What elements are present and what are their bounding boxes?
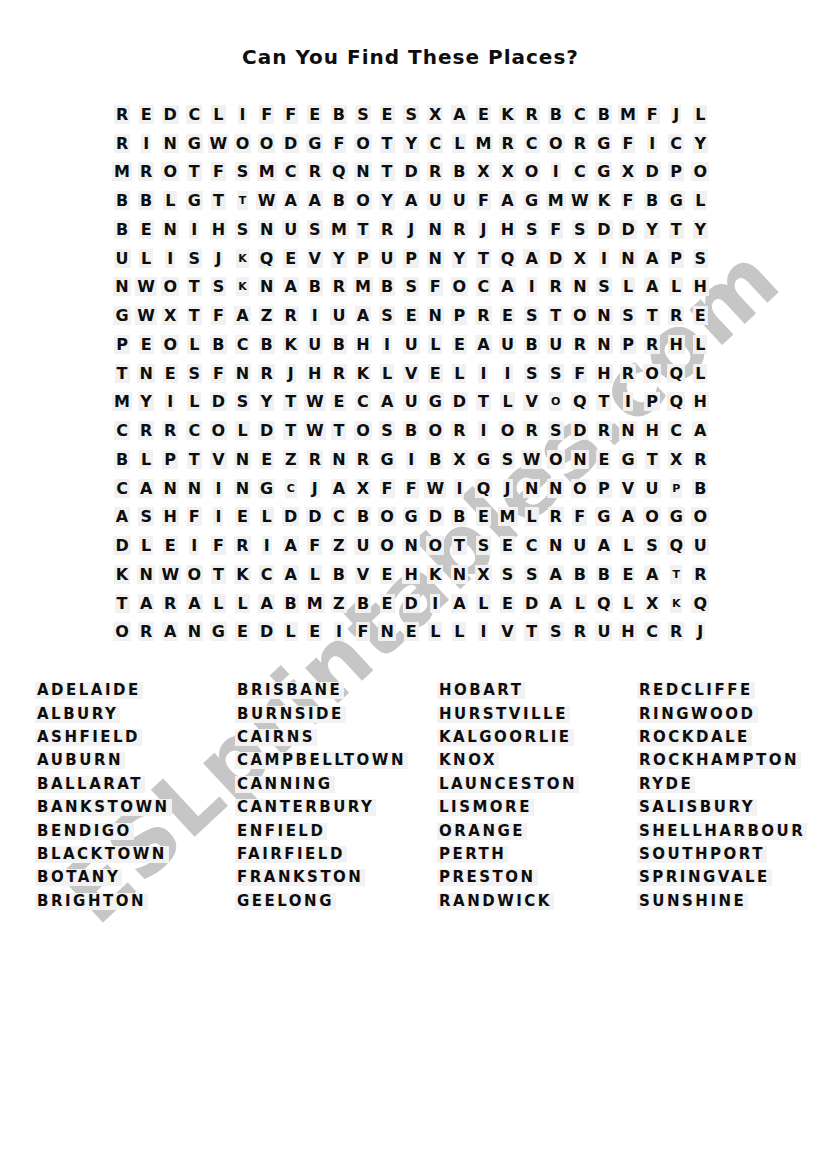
word-item: CANTERBURY	[235, 796, 437, 819]
grid-cell: N	[616, 416, 640, 445]
grid-cell: H	[640, 416, 664, 445]
grid-letter: Z	[259, 306, 275, 325]
grid-cell: B	[592, 100, 616, 129]
grid-cell: K	[351, 359, 375, 388]
grid-cell: Z	[327, 589, 351, 618]
grid-letter: B	[114, 220, 130, 239]
grid-letter: K	[355, 364, 371, 383]
grid-cell: A	[544, 560, 568, 589]
grid-cell: A	[640, 560, 664, 589]
grid-letter: T	[211, 565, 226, 584]
grid-cell: E	[303, 618, 327, 647]
grid-cell: O	[568, 301, 592, 330]
grid-letter: R	[451, 220, 467, 239]
grid-cell: C	[279, 158, 303, 187]
grid-cell: C	[664, 129, 688, 158]
grid-cell: L	[447, 359, 471, 388]
grid-letter: D	[547, 249, 564, 268]
grid-cell: F	[375, 474, 399, 503]
grid-letter: M	[305, 594, 325, 613]
grid-letter: V	[307, 249, 323, 268]
grid-letter: G	[113, 306, 130, 325]
grid-letter: J	[503, 479, 513, 498]
grid-cell: L	[206, 100, 230, 129]
word-item-label: CANNING	[235, 776, 335, 793]
grid-letter: N	[595, 306, 612, 325]
grid-letter: D	[258, 622, 275, 641]
grid-cell: E	[399, 301, 423, 330]
grid-cell: N	[182, 618, 206, 647]
word-item: ROCKDALE	[637, 726, 787, 749]
grid-letter: F	[621, 191, 636, 210]
grid-letter: K	[283, 335, 299, 354]
grid-letter: I	[478, 622, 488, 641]
grid-letter: t	[237, 191, 249, 210]
grid-cell: A	[279, 186, 303, 215]
word-item: GEELONG	[235, 890, 437, 913]
grid-cell: I	[182, 531, 206, 560]
grid-letter: T	[187, 162, 202, 181]
grid-cell: R	[279, 301, 303, 330]
grid-cell: R	[303, 445, 327, 474]
word-item-label: LISMORE	[437, 799, 534, 816]
grid-cell: R	[158, 589, 182, 618]
grid-letter: k	[236, 249, 249, 268]
grid-cell: L	[182, 330, 206, 359]
grid-cell: L	[688, 359, 712, 388]
grid-cell: O	[351, 186, 375, 215]
grid-letter: W	[569, 191, 591, 210]
grid-cell: K	[279, 330, 303, 359]
grid-cell: T	[110, 589, 134, 618]
grid-cell: B	[544, 100, 568, 129]
grid-letter: C	[524, 134, 540, 153]
grid-cell: Y	[399, 129, 423, 158]
grid-cell: Y	[134, 388, 158, 417]
grid-cell: A	[279, 531, 303, 560]
grid-cell: L	[230, 589, 254, 618]
grid-cell: X	[616, 158, 640, 187]
grid-cell: L	[134, 445, 158, 474]
grid-cell: L	[471, 589, 495, 618]
grid-cell: U	[327, 301, 351, 330]
grid-letter: I	[141, 134, 151, 153]
grid-cell: F	[423, 273, 447, 302]
grid-cell: T	[279, 416, 303, 445]
word-item: FAIRFIELD	[235, 843, 437, 866]
grid-cell: F	[206, 531, 230, 560]
grid-letter: K	[596, 191, 612, 210]
grid-letter: U	[499, 335, 516, 354]
grid-letter: S	[379, 306, 395, 325]
grid-cell: W	[158, 560, 182, 589]
grid-cell: N	[230, 359, 254, 388]
grid-cell: R	[544, 503, 568, 532]
grid-cell: A	[110, 503, 134, 532]
grid-letter: E	[139, 105, 154, 124]
grid-letter: D	[595, 220, 612, 239]
grid-letter: T	[380, 162, 395, 181]
grid-cell: R	[520, 100, 544, 129]
grid-cell: G	[664, 503, 688, 532]
grid-cell: P	[110, 330, 134, 359]
grid-cell: A	[640, 273, 664, 302]
grid-cell: T	[182, 158, 206, 187]
grid-letter: E	[259, 450, 274, 469]
grid-cell: W	[520, 445, 544, 474]
grid-cell: W	[134, 301, 158, 330]
grid-cell: L	[616, 589, 640, 618]
grid-letter: R	[234, 536, 250, 555]
grid-cell: E	[158, 531, 182, 560]
grid-letter: T	[645, 450, 660, 469]
grid-cell: R	[230, 531, 254, 560]
grid-letter: C	[235, 335, 251, 354]
grid-letter: N	[186, 622, 203, 641]
grid-letter: I	[238, 105, 248, 124]
word-item-label: AUBURN	[35, 752, 125, 769]
grid-letter: A	[186, 594, 202, 613]
grid-letter: O	[378, 536, 396, 555]
grid-cell: t	[664, 560, 688, 589]
grid-cell: R	[303, 158, 327, 187]
grid-cell: I	[471, 359, 495, 388]
grid-cell: O	[375, 531, 399, 560]
grid-cell: I	[134, 129, 158, 158]
grid-letter: B	[331, 105, 347, 124]
grid-cell: P	[664, 244, 688, 273]
grid-letter: F	[621, 134, 636, 153]
word-item-label: GEELONG	[235, 893, 336, 910]
grid-letter: B	[403, 421, 419, 440]
grid-letter: L	[211, 105, 225, 124]
grid-cell: I	[206, 503, 230, 532]
grid-cell: R	[568, 330, 592, 359]
grid-letter: C	[283, 162, 299, 181]
word-item: BRIGHTON	[35, 890, 235, 913]
grid-letter: Y	[693, 220, 709, 239]
grid-letter: F	[645, 105, 660, 124]
grid-letter: S	[379, 421, 395, 440]
grid-letter: P	[668, 249, 684, 268]
grid-letter: L	[500, 392, 514, 411]
grid-letter: N	[523, 479, 540, 498]
grid-letter: G	[475, 450, 492, 469]
word-item: KNOX	[437, 749, 637, 772]
grid-letter: M	[112, 392, 132, 411]
grid-cell: U	[568, 531, 592, 560]
grid-cell: K	[230, 560, 254, 589]
grid-cell: L	[255, 503, 279, 532]
grid-letter: E	[163, 364, 178, 383]
grid-letter: P	[596, 479, 612, 498]
grid-letter: P	[403, 249, 419, 268]
grid-letter: H	[692, 277, 709, 296]
grid-letter: M	[618, 105, 638, 124]
grid-cell: G	[303, 129, 327, 158]
grid-cell: F	[279, 100, 303, 129]
grid-letter: U	[571, 536, 588, 555]
grid-cell: X	[158, 301, 182, 330]
grid-cell: R	[375, 215, 399, 244]
grid-letter: N	[258, 277, 275, 296]
grid-cell: D	[206, 388, 230, 417]
word-item-label: LAUNCESTON	[437, 776, 579, 793]
grid-cell: B	[447, 158, 471, 187]
grid-cell: Q	[664, 359, 688, 388]
grid-letter: R	[644, 335, 660, 354]
grid-cell: E	[255, 445, 279, 474]
word-item: ENFIELD	[235, 819, 437, 842]
grid-cell: L	[447, 129, 471, 158]
grid-cell: T	[375, 158, 399, 187]
grid-letter: F	[187, 507, 202, 526]
grid-letter: J	[478, 220, 488, 239]
grid-cell: R	[568, 618, 592, 647]
grid-letter: C	[427, 134, 443, 153]
grid-letter: B	[596, 565, 612, 584]
grid-letter: S	[187, 364, 203, 383]
word-list: ADELAIDEALBURYASHFIELDAUBURNBALLARATBANK…	[35, 679, 787, 913]
word-item: LAUNCESTON	[437, 773, 637, 796]
grid-letter: L	[452, 364, 466, 383]
grid-letter: B	[644, 191, 660, 210]
word-item-label: RANDWICK	[437, 893, 554, 910]
grid-letter: A	[331, 479, 347, 498]
grid-letter: G	[595, 162, 612, 181]
grid-cell: S	[520, 215, 544, 244]
grid-cell: F	[206, 359, 230, 388]
grid-letter: F	[259, 105, 274, 124]
grid-letter: N	[137, 565, 154, 584]
grid-cell: Z	[279, 445, 303, 474]
grid-letter: A	[596, 536, 612, 555]
grid-letter: J	[406, 220, 416, 239]
grid-cell: R	[134, 618, 158, 647]
grid-letter: W	[304, 392, 326, 411]
grid-letter: O	[547, 450, 565, 469]
grid-letter: L	[452, 134, 466, 153]
grid-cell: L	[568, 589, 592, 618]
grid-letter: R	[572, 622, 588, 641]
grid-letter: F	[307, 536, 322, 555]
grid-cell: B	[688, 474, 712, 503]
grid-cell: F	[303, 531, 327, 560]
grid-letter: E	[235, 507, 250, 526]
grid-letter: E	[500, 306, 515, 325]
grid-letter: I	[262, 536, 272, 555]
grid-cell: R	[110, 100, 134, 129]
grid-letter: I	[213, 479, 223, 498]
grid-letter: E	[331, 392, 346, 411]
grid-letter: F	[211, 364, 226, 383]
grid-letter: J	[695, 622, 705, 641]
word-item: FRANKSTON	[235, 866, 437, 889]
grid-cell: U	[496, 330, 520, 359]
grid-letter: D	[306, 507, 323, 526]
grid-letter: P	[620, 335, 636, 354]
grid-letter: O	[499, 421, 517, 440]
grid-cell: X	[447, 445, 471, 474]
grid-cell: A	[255, 589, 279, 618]
grid-letter: Q	[571, 392, 589, 411]
grid-letter: S	[355, 105, 371, 124]
grid-cell: N	[158, 129, 182, 158]
grid-cell: B	[134, 186, 158, 215]
grid-letter: A	[548, 565, 564, 584]
grid-letter: J	[671, 105, 681, 124]
grid-cell: C	[110, 416, 134, 445]
grid-cell: N	[255, 273, 279, 302]
word-item: ASHFIELD	[35, 726, 235, 749]
grid-letter: U	[114, 249, 131, 268]
grid-cell: B	[327, 100, 351, 129]
grid-cell: G	[182, 129, 206, 158]
word-list-column: REDCLIFFERINGWOODROCKDALEROCKHAMPTONRYDE…	[637, 679, 787, 913]
grid-cell: F	[568, 359, 592, 388]
grid-cell: I	[640, 129, 664, 158]
grid-letter: N	[378, 622, 395, 641]
grid-letter: F	[548, 220, 563, 239]
grid-cell: H	[496, 215, 520, 244]
grid-letter: L	[428, 335, 442, 354]
grid-letter: X	[162, 306, 178, 325]
grid-cell: A	[640, 244, 664, 273]
grid-cell: A	[279, 560, 303, 589]
grid-cell: W	[303, 416, 327, 445]
grid-cell: O	[640, 359, 664, 388]
grid-cell: U	[640, 474, 664, 503]
grid-cell: E	[375, 589, 399, 618]
grid-cell: O	[351, 416, 375, 445]
grid-cell: E	[230, 618, 254, 647]
grid-cell: I	[616, 388, 640, 417]
grid-letter: O	[258, 134, 276, 153]
grid-letter: O	[113, 622, 131, 641]
word-item: KALGOORLIE	[437, 726, 637, 749]
grid-letter: K	[114, 565, 130, 584]
grid-cell: N	[134, 359, 158, 388]
grid-letter: B	[524, 335, 540, 354]
grid-letter: A	[451, 105, 467, 124]
grid-letter: T	[283, 392, 298, 411]
grid-cell: G	[423, 388, 447, 417]
grid-letter: A	[548, 594, 564, 613]
grid-cell: R	[327, 273, 351, 302]
word-item-label: HOBART	[437, 682, 525, 699]
grid-letter: L	[669, 277, 683, 296]
word-list-column: BRISBANEBURNSIDECAIRNSCAMPBELLTOWNCANNIN…	[235, 679, 437, 913]
grid-cell: H	[351, 330, 375, 359]
grid-letter: T	[283, 421, 298, 440]
grid-cell: S	[520, 301, 544, 330]
grid-cell: Y	[688, 129, 712, 158]
grid-letter: N	[619, 249, 636, 268]
word-item-label: CANTERBURY	[235, 799, 376, 816]
grid-letter: I	[527, 277, 537, 296]
grid-cell: N	[447, 560, 471, 589]
grid-letter: T	[331, 421, 346, 440]
grid-letter: R	[572, 335, 588, 354]
grid-cell: A	[134, 589, 158, 618]
grid-letter: C	[668, 421, 684, 440]
grid-letter: S	[187, 249, 203, 268]
grid-letter: Q	[667, 536, 685, 555]
word-item: SOUTHPORT	[637, 843, 787, 866]
grid-letter: M	[546, 191, 566, 210]
grid-letter: X	[572, 249, 588, 268]
grid-cell: Q	[255, 244, 279, 273]
grid-cell: D	[616, 215, 640, 244]
grid-letter: I	[454, 479, 464, 498]
grid-letter: P	[644, 392, 660, 411]
grid-cell: Q	[496, 244, 520, 273]
grid-cell: Q	[688, 589, 712, 618]
grid-cell: R	[423, 158, 447, 187]
grid-letter: F	[380, 479, 395, 498]
grid-cell: o	[544, 388, 568, 417]
grid-letter: I	[334, 622, 344, 641]
grid-letter: C	[572, 105, 588, 124]
grid-letter: K	[234, 565, 250, 584]
word-list-column: ADELAIDEALBURYASHFIELDAUBURNBALLARATBANK…	[35, 679, 235, 913]
word-item-label: SOUTHPORT	[637, 846, 767, 863]
grid-letter: T	[187, 450, 202, 469]
grid-letter: L	[139, 249, 153, 268]
grid-cell: Q	[664, 388, 688, 417]
grid-letter: L	[476, 594, 490, 613]
grid-letter: R	[692, 450, 708, 469]
grid-cell: I	[158, 388, 182, 417]
grid-letter: A	[620, 507, 636, 526]
grid-cell: T	[520, 618, 544, 647]
grid-letter: N	[427, 249, 444, 268]
grid-letter: O	[643, 364, 661, 383]
grid-cell: Z	[327, 531, 351, 560]
word-item-label: RINGWOOD	[637, 706, 758, 723]
grid-letter: D	[643, 162, 660, 181]
grid-cell: N	[592, 301, 616, 330]
grid-cell: H	[688, 273, 712, 302]
grid-letter: S	[403, 105, 419, 124]
word-item-label: PRESTON	[437, 869, 538, 886]
grid-letter: A	[379, 392, 395, 411]
word-item-label: FRANKSTON	[235, 869, 365, 886]
grid-cell: O	[640, 503, 664, 532]
grid-letter: X	[499, 162, 515, 181]
grid-cell: U	[423, 186, 447, 215]
grid-cell: F	[182, 503, 206, 532]
grid-cell: E	[616, 560, 640, 589]
grid-cell: P	[447, 301, 471, 330]
grid-letter: L	[621, 536, 635, 555]
grid-cell: N	[230, 474, 254, 503]
grid-letter: I	[478, 364, 488, 383]
grid-cell: S	[520, 560, 544, 589]
grid-cell: P	[592, 474, 616, 503]
grid-cell: X	[471, 158, 495, 187]
grid-cell: S	[399, 273, 423, 302]
grid-letter: W	[256, 191, 278, 210]
grid-cell: D	[640, 158, 664, 187]
grid-cell: H	[616, 618, 640, 647]
word-item: RINGWOOD	[637, 702, 787, 725]
grid-cell: U	[688, 531, 712, 560]
grid-cell: M	[327, 215, 351, 244]
grid-cell: U	[447, 186, 471, 215]
grid-cell: T	[640, 301, 664, 330]
grid-letter: S	[620, 306, 636, 325]
